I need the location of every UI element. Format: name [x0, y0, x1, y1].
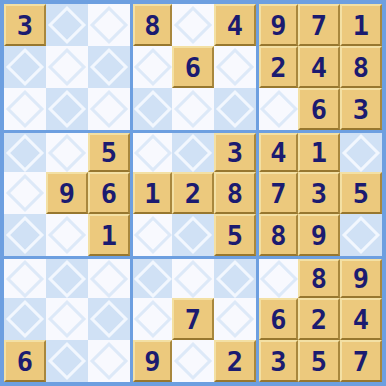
empty-cell-r2c3[interactable] [88, 46, 130, 88]
given-digit: 8 [270, 222, 286, 249]
given-digit-tile: 1 [340, 4, 382, 46]
empty-cell-r6c4[interactable] [130, 214, 172, 256]
given-cell-r3c8: 6 [298, 88, 340, 130]
given-digit: 3 [270, 348, 286, 375]
empty-cell-r4c1[interactable] [4, 130, 46, 172]
given-digit-tile: 2 [214, 340, 256, 382]
diamond-decoration-icon [216, 259, 254, 297]
given-digit: 2 [185, 180, 201, 207]
empty-cell-r7c7[interactable] [256, 256, 298, 298]
diamond-decoration-icon [90, 6, 128, 44]
given-digit-tile: 4 [214, 4, 256, 46]
empty-cell-r8c6[interactable] [214, 298, 256, 340]
given-cell-r2c9: 8 [340, 46, 382, 88]
empty-cell-r8c3[interactable] [88, 298, 130, 340]
diamond-decoration-icon [174, 216, 212, 254]
given-cell-r5c9: 5 [340, 172, 382, 214]
given-digit: 4 [227, 12, 243, 39]
empty-cell-r4c5[interactable] [172, 130, 214, 172]
diamond-decoration-icon [48, 48, 86, 86]
given-digit: 2 [311, 306, 327, 333]
given-digit-tile: 3 [4, 4, 46, 46]
given-digit-tile: 5 [214, 214, 256, 256]
given-digit: 3 [311, 180, 327, 207]
diamond-decoration-icon [216, 300, 254, 338]
given-digit: 3 [227, 139, 243, 166]
given-cell-r8c9: 4 [340, 298, 382, 340]
given-digit-tile: 3 [340, 88, 382, 130]
given-digit: 2 [270, 54, 286, 81]
diamond-decoration-icon [48, 133, 86, 171]
empty-cell-r3c5[interactable] [172, 88, 214, 130]
diamond-decoration-icon [6, 174, 44, 212]
empty-cell-r4c4[interactable] [130, 130, 172, 172]
given-digit: 7 [311, 12, 327, 39]
given-digit-tile: 6 [259, 298, 298, 340]
given-cell-r2c8: 4 [298, 46, 340, 88]
given-cell-r9c7: 3 [256, 340, 298, 382]
given-digit: 8 [144, 12, 160, 39]
diamond-decoration-icon [6, 300, 44, 338]
given-cell-r4c6: 3 [214, 130, 256, 172]
given-cell-r9c8: 5 [298, 340, 340, 382]
given-cell-r7c8: 8 [298, 256, 340, 298]
given-digit-tile: 2 [259, 46, 298, 88]
given-cell-r5c3: 6 [88, 172, 130, 214]
given-digit: 5 [227, 222, 243, 249]
empty-cell-r5c1[interactable] [4, 172, 46, 214]
given-cell-r5c2: 9 [46, 172, 88, 214]
given-cell-r4c8: 1 [298, 130, 340, 172]
diamond-decoration-icon [48, 259, 86, 297]
given-cell-r9c6: 2 [214, 340, 256, 382]
empty-cell-r1c5[interactable] [172, 4, 214, 46]
empty-cell-r6c1[interactable] [4, 214, 46, 256]
given-digit: 1 [144, 180, 160, 207]
given-digit: 4 [270, 139, 286, 166]
given-cell-r1c7: 9 [256, 4, 298, 46]
given-digit-tile: 2 [172, 172, 214, 214]
given-digit: 6 [270, 306, 286, 333]
given-digit-tile: 7 [172, 298, 214, 340]
given-digit: 9 [144, 348, 160, 375]
diamond-decoration-icon [133, 90, 171, 128]
given-digit-tile: 6 [298, 88, 340, 130]
given-cell-r9c9: 7 [340, 340, 382, 382]
diamond-decoration-icon [174, 133, 212, 171]
given-digit-tile: 3 [298, 172, 340, 214]
given-digit: 5 [311, 348, 327, 375]
given-digit: 7 [270, 180, 286, 207]
given-cell-r1c4: 8 [130, 4, 172, 46]
given-digit-tile: 8 [298, 259, 340, 298]
given-digit-tile: 9 [298, 214, 340, 256]
given-digit-tile: 4 [340, 298, 382, 340]
given-cell-r9c4: 9 [130, 340, 172, 382]
diamond-decoration-icon [259, 259, 297, 297]
given-cell-r1c8: 7 [298, 4, 340, 46]
empty-cell-r3c7[interactable] [256, 88, 298, 130]
given-digit: 6 [185, 54, 201, 81]
given-digit: 6 [101, 180, 117, 207]
given-cell-r2c5: 6 [172, 46, 214, 88]
empty-cell-r4c2[interactable] [46, 130, 88, 172]
diamond-decoration-icon [48, 300, 86, 338]
diamond-decoration-icon [133, 133, 171, 171]
empty-cell-r1c2[interactable] [46, 4, 88, 46]
empty-cell-r7c6[interactable] [214, 256, 256, 298]
given-cell-r7c9: 9 [340, 256, 382, 298]
empty-cell-r7c4[interactable] [130, 256, 172, 298]
given-cell-r8c5: 7 [172, 298, 214, 340]
given-digit-tile: 5 [340, 172, 382, 214]
given-cell-r1c6: 4 [214, 4, 256, 46]
given-digit-tile: 9 [340, 259, 382, 298]
sudoku-board: 3849716248635341961287351589897624692357 [0, 0, 386, 386]
given-digit: 6 [17, 348, 33, 375]
empty-cell-r4c9[interactable] [340, 130, 382, 172]
diamond-decoration-icon [48, 6, 86, 44]
given-digit-tile: 6 [4, 340, 46, 382]
empty-cell-r8c4[interactable] [130, 298, 172, 340]
given-digit-tile: 1 [133, 172, 172, 214]
empty-cell-r2c4[interactable] [130, 46, 172, 88]
diamond-decoration-icon [342, 216, 380, 254]
diamond-decoration-icon [90, 259, 128, 297]
given-digit-tile: 4 [259, 133, 298, 172]
empty-cell-r9c5[interactable] [172, 340, 214, 382]
given-digit-tile: 5 [298, 340, 340, 382]
diamond-decoration-icon [174, 6, 212, 44]
given-digit: 1 [311, 139, 327, 166]
diamond-decoration-icon [6, 90, 44, 128]
given-cell-r6c8: 9 [298, 214, 340, 256]
empty-cell-r8c1[interactable] [4, 298, 46, 340]
given-digit: 9 [59, 180, 75, 207]
given-digit-tile: 1 [88, 214, 130, 256]
diamond-decoration-icon [133, 216, 171, 254]
given-digit-tile: 8 [133, 4, 172, 46]
given-digit-tile: 9 [133, 340, 172, 382]
empty-cell-r7c1[interactable] [4, 256, 46, 298]
diamond-decoration-icon [259, 90, 297, 128]
empty-cell-r7c3[interactable] [88, 256, 130, 298]
diamond-decoration-icon [6, 259, 44, 297]
given-digit: 4 [353, 306, 369, 333]
given-cell-r1c1: 3 [4, 4, 46, 46]
given-digit: 5 [101, 139, 117, 166]
given-digit: 8 [353, 54, 369, 81]
diamond-decoration-icon [216, 48, 254, 86]
given-cell-r5c6: 8 [214, 172, 256, 214]
given-digit: 9 [353, 265, 369, 292]
given-cell-r5c4: 1 [130, 172, 172, 214]
given-digit-tile: 3 [214, 133, 256, 172]
empty-cell-r9c3[interactable] [88, 340, 130, 382]
given-digit-tile: 8 [340, 46, 382, 88]
diamond-decoration-icon [133, 48, 171, 86]
given-cell-r3c9: 3 [340, 88, 382, 130]
empty-cell-r6c9[interactable] [340, 214, 382, 256]
given-digit-tile: 4 [298, 46, 340, 88]
empty-cell-r3c4[interactable] [130, 88, 172, 130]
empty-cell-r3c3[interactable] [88, 88, 130, 130]
given-digit-tile: 6 [172, 46, 214, 88]
given-digit: 8 [227, 180, 243, 207]
diamond-decoration-icon [90, 90, 128, 128]
given-digit-tile: 7 [340, 340, 382, 382]
given-digit: 1 [353, 12, 369, 39]
given-digit: 9 [270, 12, 286, 39]
given-digit-tile: 9 [46, 172, 88, 214]
empty-cell-r3c2[interactable] [46, 88, 88, 130]
empty-cell-r8c2[interactable] [46, 298, 88, 340]
empty-cell-r3c1[interactable] [4, 88, 46, 130]
diamond-decoration-icon [90, 342, 128, 380]
given-digit-tile: 5 [88, 133, 130, 172]
given-digit-tile: 8 [259, 214, 298, 256]
given-digit: 1 [101, 222, 117, 249]
given-digit: 3 [17, 12, 33, 39]
empty-cell-r7c5[interactable] [172, 256, 214, 298]
diamond-decoration-icon [90, 48, 128, 86]
empty-cell-r3c6[interactable] [214, 88, 256, 130]
diamond-decoration-icon [48, 342, 86, 380]
given-digit: 6 [311, 96, 327, 123]
given-cell-r6c6: 5 [214, 214, 256, 256]
diamond-decoration-icon [48, 90, 86, 128]
diamond-decoration-icon [133, 259, 171, 297]
given-cell-r6c7: 8 [256, 214, 298, 256]
given-cell-r6c3: 1 [88, 214, 130, 256]
given-digit-tile: 3 [259, 340, 298, 382]
diamond-decoration-icon [6, 216, 44, 254]
given-cell-r1c9: 1 [340, 4, 382, 46]
given-cell-r5c8: 3 [298, 172, 340, 214]
given-cell-r2c7: 2 [256, 46, 298, 88]
diamond-decoration-icon [6, 48, 44, 86]
given-digit-tile: 7 [298, 4, 340, 46]
given-cell-r4c3: 5 [88, 130, 130, 172]
empty-cell-r2c6[interactable] [214, 46, 256, 88]
diamond-decoration-icon [342, 133, 380, 171]
given-digit-tile: 9 [259, 4, 298, 46]
empty-cell-r2c1[interactable] [4, 46, 46, 88]
diamond-decoration-icon [174, 342, 212, 380]
diamond-decoration-icon [6, 133, 44, 171]
given-digit: 5 [353, 180, 369, 207]
given-digit-tile: 1 [298, 133, 340, 172]
given-cell-r5c5: 2 [172, 172, 214, 214]
given-digit: 9 [311, 222, 327, 249]
given-digit-tile: 7 [259, 172, 298, 214]
empty-cell-r6c2[interactable] [46, 214, 88, 256]
given-digit-tile: 8 [214, 172, 256, 214]
given-digit: 7 [353, 348, 369, 375]
diamond-decoration-icon [174, 90, 212, 128]
given-cell-r4c7: 4 [256, 130, 298, 172]
given-digit: 4 [311, 54, 327, 81]
diamond-decoration-icon [48, 216, 86, 254]
empty-cell-r6c5[interactable] [172, 214, 214, 256]
diamond-decoration-icon [133, 300, 171, 338]
given-digit: 3 [353, 96, 369, 123]
given-digit-tile: 6 [88, 172, 130, 214]
empty-cell-r1c3[interactable] [88, 4, 130, 46]
given-digit-tile: 2 [298, 298, 340, 340]
given-digit: 8 [311, 265, 327, 292]
empty-cell-r9c2[interactable] [46, 340, 88, 382]
diamond-decoration-icon [216, 90, 254, 128]
given-digit: 2 [227, 348, 243, 375]
given-cell-r9c1: 6 [4, 340, 46, 382]
empty-cell-r2c2[interactable] [46, 46, 88, 88]
given-cell-r8c8: 2 [298, 298, 340, 340]
given-cell-r8c7: 6 [256, 298, 298, 340]
diamond-decoration-icon [90, 300, 128, 338]
empty-cell-r7c2[interactable] [46, 256, 88, 298]
given-digit: 7 [185, 306, 201, 333]
given-cell-r5c7: 7 [256, 172, 298, 214]
diamond-decoration-icon [174, 259, 212, 297]
